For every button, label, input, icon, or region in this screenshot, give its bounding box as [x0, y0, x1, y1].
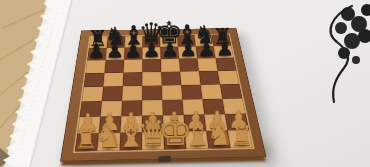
square-d2: ♟	[142, 115, 163, 132]
square-h6	[216, 58, 237, 71]
square-h4	[220, 84, 242, 99]
square-f7: ♟	[178, 46, 197, 58]
square-f6	[179, 58, 199, 71]
square-d7: ♟	[142, 47, 160, 59]
chess-board: ♜♞♝♛♚♝♞♜♟♟♟♟♟♟♟♟♟♟♟♟♟♟♟♟♜♞♝♛♚♝♞♜	[60, 28, 266, 162]
board-perspective-wrapper: ♜♞♝♛♚♝♞♜♟♟♟♟♟♟♟♟♟♟♟♟♟♟♟♟♜♞♝♛♚♝♞♜	[0, 0, 370, 167]
square-b8: ♞	[107, 36, 125, 48]
square-h8: ♜	[212, 35, 232, 47]
square-c7: ♟	[124, 47, 142, 59]
square-f5	[180, 71, 201, 85]
black-rook-a8: ♜	[88, 27, 108, 49]
square-g1: ♞	[206, 131, 230, 149]
square-e3	[162, 100, 183, 116]
square-f1: ♝	[185, 131, 209, 149]
square-f2: ♟	[184, 115, 207, 132]
board-latch	[158, 156, 171, 162]
square-e8: ♚	[160, 35, 178, 47]
square-b6	[104, 60, 124, 73]
square-a1: ♜	[75, 133, 99, 151]
square-c3	[121, 100, 142, 116]
square-d8: ♛	[142, 36, 160, 48]
square-d5	[142, 72, 161, 86]
square-g6	[197, 58, 217, 71]
square-h5	[218, 71, 240, 85]
square-c1: ♝	[120, 132, 142, 150]
square-d1: ♛	[142, 132, 164, 150]
square-e6	[161, 59, 180, 72]
square-b5	[103, 73, 123, 87]
square-e2: ♟	[163, 115, 185, 132]
board-grid: ♜♞♝♛♚♝♞♜♟♟♟♟♟♟♟♟♟♟♟♟♟♟♟♟♜♞♝♛♚♝♞♜	[75, 35, 253, 152]
square-e1: ♚	[164, 131, 187, 149]
square-c5	[123, 72, 143, 86]
square-h3	[222, 98, 245, 114]
square-b7: ♟	[106, 48, 125, 60]
square-h1: ♜	[228, 130, 253, 148]
square-a7: ♟	[87, 48, 107, 60]
square-b2: ♟	[99, 116, 121, 133]
square-f8: ♝	[177, 35, 196, 47]
square-a5	[84, 73, 105, 87]
square-c6	[123, 59, 142, 72]
square-b3	[100, 101, 122, 117]
square-b1: ♞	[97, 133, 120, 151]
square-d6	[142, 59, 161, 72]
square-a2: ♟	[77, 117, 100, 134]
square-g4	[201, 84, 223, 99]
square-c8: ♝	[125, 36, 143, 48]
square-f4	[181, 85, 202, 100]
square-g2: ♟	[204, 114, 227, 131]
square-e7: ♟	[160, 47, 179, 59]
square-g7: ♟	[196, 46, 216, 58]
square-e5	[161, 72, 181, 86]
square-c2: ♟	[120, 116, 142, 133]
square-f3	[182, 99, 204, 115]
square-c4	[122, 86, 142, 101]
square-g8: ♞	[194, 35, 213, 47]
square-d3	[142, 100, 163, 116]
square-e4	[162, 85, 183, 100]
chess-photo-scene: ♜♞♝♛♚♝♞♜♟♟♟♟♟♟♟♟♟♟♟♟♟♟♟♟♜♞♝♛♚♝♞♜	[0, 0, 370, 167]
black-pawn-h7: ♟	[215, 38, 234, 59]
square-h2: ♟	[225, 114, 249, 131]
square-b4	[102, 86, 123, 101]
square-g5	[199, 71, 220, 85]
black-rook-h8: ♜	[212, 25, 232, 47]
square-a8: ♜	[89, 37, 108, 49]
square-a4	[82, 87, 104, 102]
black-knight-b8: ♞	[104, 23, 127, 49]
square-d4	[142, 86, 162, 101]
square-h7: ♟	[214, 46, 234, 58]
square-g3	[202, 99, 225, 115]
square-a6	[86, 60, 106, 73]
square-a3	[80, 101, 102, 117]
